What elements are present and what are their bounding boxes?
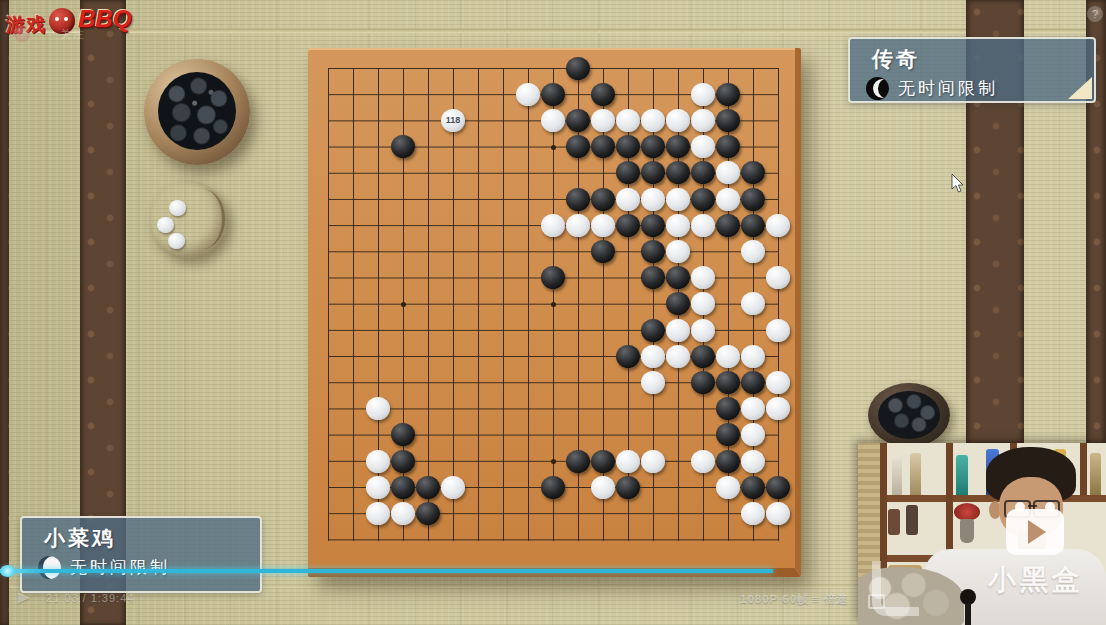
white-go-stone (766, 371, 790, 394)
time-limit-label-bottom: 无时间限制 (70, 556, 170, 579)
corner-triangle-icon (1068, 77, 1092, 99)
white-go-stone (716, 188, 740, 211)
white-go-stone (766, 266, 790, 289)
play-triangle-icon (1028, 520, 1046, 544)
time-limit-label-top: 无时间限制 (898, 77, 998, 100)
timestamp: 21:03 / 1:39:44 (46, 592, 134, 604)
microphone-icon (960, 589, 976, 605)
black-go-stone (566, 450, 590, 473)
shelf-bottle (888, 509, 900, 535)
black-go-stone (391, 450, 415, 473)
avatar (14, 26, 30, 42)
trophy (892, 457, 902, 495)
black-go-stone (566, 109, 590, 132)
black-go-stone (391, 476, 415, 499)
captured-white-tray (150, 181, 227, 258)
white-go-stone (366, 397, 390, 420)
black-go-stone (566, 135, 590, 158)
white-go-stone (616, 188, 640, 211)
star-point (401, 302, 406, 307)
white-go-stone (741, 240, 765, 263)
white-go-stone (716, 345, 740, 368)
white-go-stone (691, 135, 715, 158)
play-button[interactable]: ▶ (18, 588, 30, 606)
trophy (956, 455, 968, 495)
black-go-stone (716, 109, 740, 132)
fullscreen-icon[interactable] (868, 594, 885, 609)
tatami-seam-top (0, 29, 1106, 33)
follow-overlay[interactable]: 关注 (14, 26, 86, 42)
white-go-stone (766, 214, 790, 237)
black-go-stone (616, 135, 640, 158)
black-stone-bowl (144, 59, 250, 165)
watermark-tv-icon (1006, 509, 1064, 555)
white-go-stone (691, 450, 715, 473)
black-go-stone (541, 83, 565, 106)
white-go-stone (766, 319, 790, 342)
white-go-stone (591, 214, 615, 237)
black-go-stone (641, 214, 665, 237)
video-frame: 118 (0, 0, 1106, 625)
watermark-text: 小黑盒 (988, 561, 1084, 599)
white-go-stone (366, 476, 390, 499)
white-go-stone (666, 345, 690, 368)
white-go-stone (666, 240, 690, 263)
white-go-stone (641, 371, 665, 394)
black-go-stone (641, 319, 665, 342)
black-go-stone (716, 397, 740, 420)
black-go-stone (591, 83, 615, 106)
black-go-stone (566, 57, 590, 80)
black-go-stone (716, 135, 740, 158)
white-go-stone (766, 397, 790, 420)
white-go-stone (691, 83, 715, 106)
black-go-stone (541, 476, 565, 499)
black-go-stone (566, 188, 590, 211)
white-go-stone (666, 188, 690, 211)
player-box-top: 传奇 无时间限制 (848, 37, 1096, 103)
white-go-stone (766, 502, 790, 525)
white-go-stone (716, 476, 740, 499)
captured-white-stone (157, 217, 174, 233)
black-go-stone (766, 476, 790, 499)
black-go-stone (591, 135, 615, 158)
black-go-stone (641, 135, 665, 158)
white-go-stone (566, 214, 590, 237)
black-go-stone (391, 135, 415, 158)
black-go-stone (591, 240, 615, 263)
player-name-top: 传奇 (872, 45, 1094, 73)
black-go-stone (716, 214, 740, 237)
trophy (1090, 453, 1101, 495)
white-go-stone (741, 450, 765, 473)
black-go-stone (616, 345, 640, 368)
white-go-stone (366, 450, 390, 473)
black-go-stone (591, 188, 615, 211)
black-go-stone (691, 188, 715, 211)
help-icon[interactable]: ? (1087, 6, 1103, 22)
star-point (551, 145, 556, 150)
white-go-stone (541, 214, 565, 237)
black-go-stone (641, 240, 665, 263)
move-number-stone: 118 (441, 109, 465, 132)
white-go-stone (591, 109, 615, 132)
white-go-stone (391, 502, 415, 525)
video-progress-bar[interactable] (0, 569, 773, 573)
black-go-stone (741, 214, 765, 237)
white-go-stone (741, 397, 765, 420)
black-go-stone (416, 502, 440, 525)
black-go-stone (716, 371, 740, 394)
captured-white-stone (168, 233, 185, 249)
tatami-edge-strip-left (0, 0, 9, 625)
white-go-stone (641, 450, 665, 473)
white-go-stone (616, 450, 640, 473)
black-go-stone (416, 476, 440, 499)
star-point (551, 302, 556, 307)
logo-text-en: BBQ (78, 5, 131, 33)
white-go-stone (666, 214, 690, 237)
shelf-divider (1080, 443, 1087, 495)
black-go-stone (666, 266, 690, 289)
white-go-stone (616, 109, 640, 132)
white-go-stone (691, 214, 715, 237)
trophy (910, 453, 921, 495)
speed-button[interactable]: ≡ 倍速 (812, 592, 849, 607)
progress-dot[interactable] (0, 565, 15, 577)
player-box-bottom: 小菜鸡 无时间限制 (20, 516, 262, 593)
black-go-stone (616, 476, 640, 499)
white-go-stone (366, 502, 390, 525)
black-go-stone (591, 450, 615, 473)
white-go-stone (666, 319, 690, 342)
black-go-stone (741, 188, 765, 211)
captured-white-stone (169, 200, 186, 216)
vase (960, 519, 974, 543)
black-go-stone (716, 83, 740, 106)
quality-button[interactable]: 1080P 60帧 (740, 592, 810, 607)
white-go-stone (441, 476, 465, 499)
black-go-stone (541, 266, 565, 289)
star-point (551, 459, 556, 464)
black-stones-in-bowl (158, 72, 236, 150)
mouse-cursor-icon (951, 174, 965, 194)
white-go-stone (666, 109, 690, 132)
webcam-panel: 小黑盒 (858, 443, 1106, 625)
white-go-stone (691, 319, 715, 342)
black-go-stone (741, 476, 765, 499)
follow-label: 关注 (60, 27, 86, 42)
black-go-stone (691, 345, 715, 368)
black-go-stone (666, 135, 690, 158)
white-go-stone (641, 188, 665, 211)
white-go-stone (641, 345, 665, 368)
black-go-stone (691, 371, 715, 394)
white-stone-icon (38, 556, 61, 579)
go-board[interactable]: 118 (308, 48, 801, 577)
opponent-stone-dish (868, 383, 950, 447)
black-stone-icon (866, 77, 889, 100)
shelf-bottle (906, 505, 918, 535)
black-go-stone (641, 266, 665, 289)
black-stones-in-dish (878, 391, 940, 439)
white-go-stone (516, 83, 540, 106)
player-name-bottom: 小菜鸡 (44, 524, 260, 552)
white-go-stone (691, 266, 715, 289)
white-go-stone (691, 109, 715, 132)
white-go-stone (741, 502, 765, 525)
white-go-stone (541, 109, 565, 132)
white-go-stone (741, 345, 765, 368)
black-go-stone (616, 214, 640, 237)
black-go-stone (716, 450, 740, 473)
white-go-stone (591, 476, 615, 499)
white-go-stone (641, 109, 665, 132)
black-go-stone (741, 371, 765, 394)
